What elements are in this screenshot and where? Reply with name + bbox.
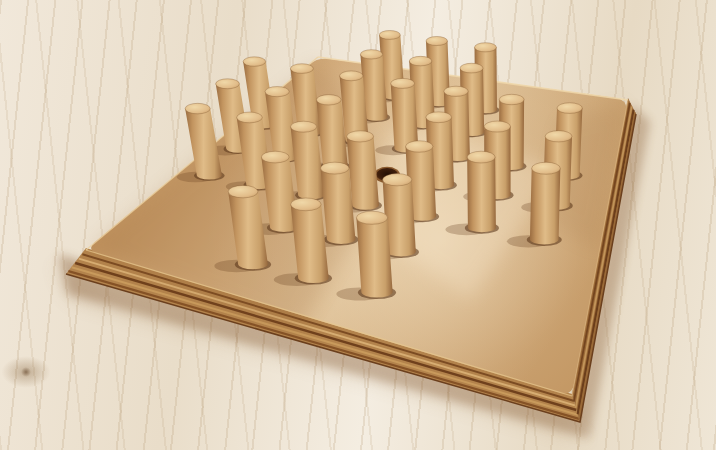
peg-4-5[interactable] (467, 157, 496, 232)
peg-cap-2-2[interactable] (340, 71, 363, 81)
peg-cap-4-4[interactable] (406, 141, 433, 152)
peg-cap-1-4[interactable] (460, 63, 483, 73)
peg-cap-0-2[interactable] (379, 31, 400, 40)
peg-cap-3-2[interactable] (316, 95, 341, 105)
wooden-table-surface (0, 0, 716, 450)
peg-cap-6-3[interactable] (291, 198, 321, 211)
peg-cap-2-4[interactable] (444, 86, 468, 96)
peg-cap-4-6[interactable] (532, 162, 561, 174)
peg-cap-2-6[interactable] (557, 103, 582, 114)
peg-cap-4-0[interactable] (185, 103, 210, 114)
peg-cap-6-2[interactable] (228, 185, 258, 197)
peg-cap-3-1[interactable] (265, 87, 289, 97)
peg-cap-3-5[interactable] (484, 121, 510, 132)
peg-cap-2-0[interactable] (243, 57, 265, 66)
peg-cap-0-4[interactable] (475, 43, 497, 52)
peg-cap-3-4[interactable] (426, 112, 452, 123)
peg-cap-2-5[interactable] (499, 94, 524, 104)
peg-cap-5-3[interactable] (321, 162, 349, 174)
peg-cap-0-3[interactable] (426, 36, 447, 45)
peg-cap-4-1[interactable] (237, 112, 263, 123)
peg-cap-1-3[interactable] (409, 56, 432, 65)
peg-cap-3-6[interactable] (545, 131, 572, 142)
peg-cap-5-4[interactable] (383, 174, 412, 186)
peg-cap-4-3[interactable] (347, 131, 374, 142)
peg-cap-4-5[interactable] (467, 151, 495, 163)
peg-6-4[interactable] (356, 218, 392, 298)
peg-cap-3-0[interactable] (216, 79, 240, 89)
peg-cap-5-2[interactable] (261, 151, 289, 163)
peg-solitaire-board-photo (0, 0, 716, 450)
peg-cap-2-3[interactable] (391, 78, 415, 88)
peg-4-6[interactable] (530, 168, 560, 244)
peg-cap-1-2[interactable] (360, 50, 382, 59)
peg-cap-6-4[interactable] (356, 211, 387, 224)
peg-cap-4-2[interactable] (291, 121, 317, 132)
peg-cap-2-1[interactable] (290, 64, 313, 74)
